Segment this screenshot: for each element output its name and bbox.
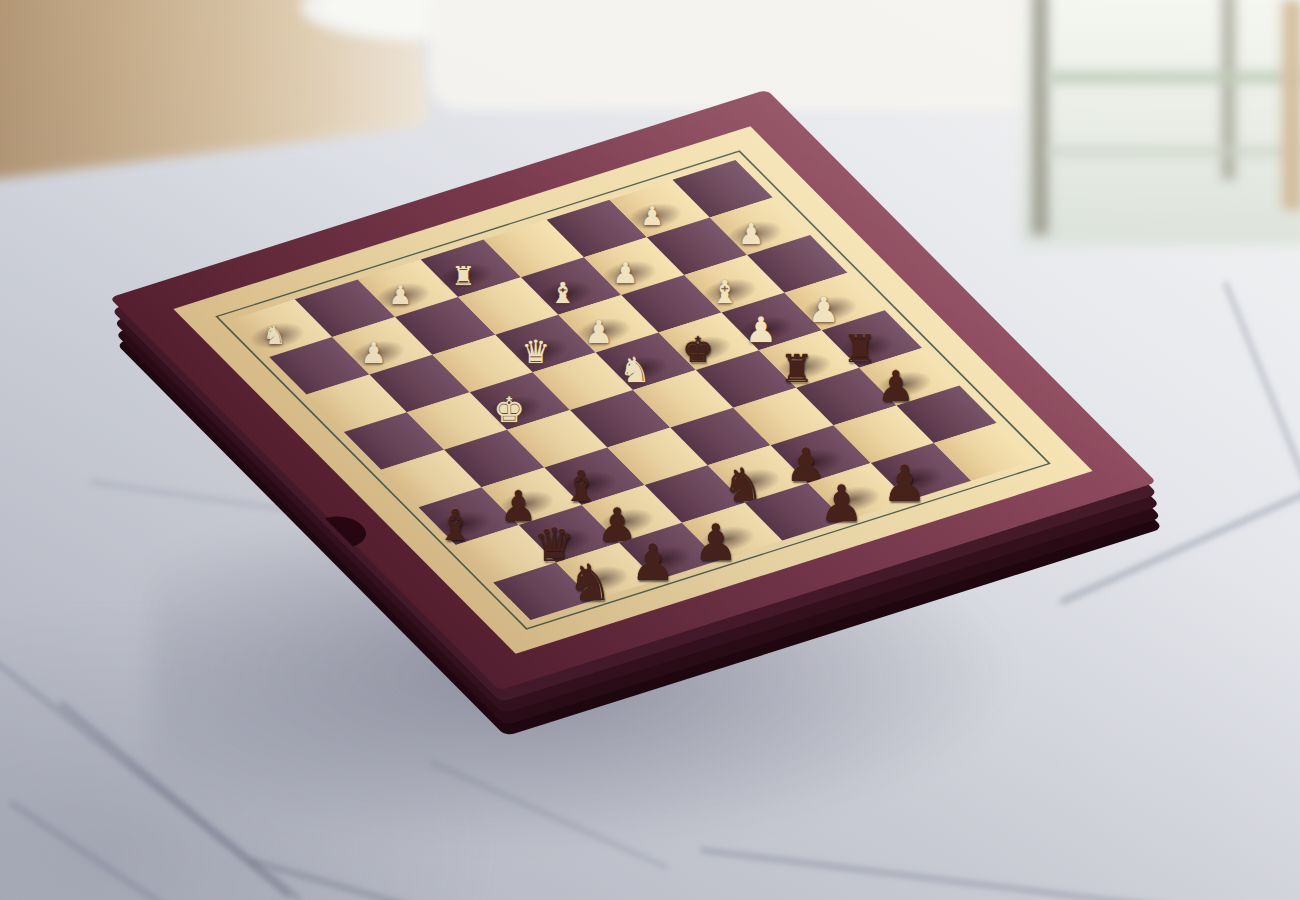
piece-black-pawn-c8: ♟: [819, 478, 864, 528]
piece-white-knight-d4: ♞: [619, 352, 650, 387]
piece-white-pawn-c2: ♟: [612, 259, 638, 288]
piece-black-rook-a5: ♜: [843, 329, 877, 367]
piece-white-rook-e1: ♜: [451, 262, 474, 288]
piece-white-pawn-f1: ♟: [389, 282, 412, 308]
glass-shelf: [1048, 148, 1300, 155]
piece-black-king-c4: ♚: [682, 333, 713, 368]
piece-white-knight-h1: ♞: [263, 322, 286, 348]
piece-black-knight-g8: ♞: [567, 558, 612, 608]
photo-canvas: { "game": { "name": "chess", "variant": …: [0, 0, 1300, 900]
piece-white-pawn-b4: ♟: [745, 313, 776, 348]
marble-vein: [1223, 281, 1300, 496]
white-wall-blur: [430, 0, 1070, 110]
piece-white-pawn-a2: ♟: [738, 219, 764, 248]
glass-shelf: [1048, 72, 1300, 83]
piece-black-rook-b5: ♜: [780, 349, 814, 387]
piece-white-king-f4: ♚: [493, 392, 524, 427]
piece-white-queen-e3: ♛: [521, 336, 550, 368]
piece-white-bishop-d2: ♝: [549, 279, 575, 308]
cabinet-frame-bar: [1032, 0, 1048, 235]
piece-black-pawn-e8: ♟: [693, 518, 738, 568]
piece-white-bishop-b3: ♝: [710, 276, 739, 308]
piece-white-pawn-d3: ♟: [584, 316, 613, 348]
piece-black-pawn-f8: ♟: [630, 538, 675, 588]
piece-black-pawn-b8: ♟: [882, 458, 927, 508]
glass-cabinet-blur: [1020, 0, 1300, 245]
piece-white-pawn-g2: ♟: [360, 339, 386, 368]
piece-white-pawn-b1: ♟: [640, 203, 663, 229]
warm-floor-sliver: [1282, 0, 1300, 210]
piece-white-pawn-a4: ♟: [808, 293, 839, 328]
